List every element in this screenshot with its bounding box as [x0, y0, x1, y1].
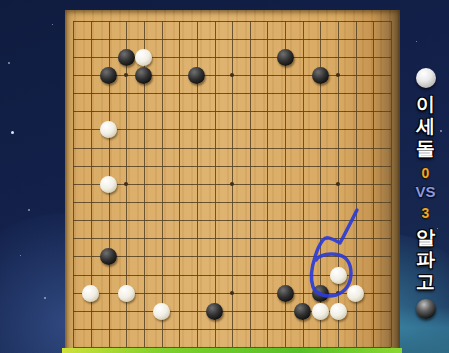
grid-line: [73, 111, 391, 112]
grid-line: [73, 21, 74, 348]
grid-line: [162, 21, 163, 348]
grid-line: [232, 21, 233, 348]
go-board: [65, 10, 400, 353]
grid-line: [73, 148, 391, 149]
star: [44, 297, 46, 299]
grid-line: [73, 256, 391, 257]
grid-line: [73, 75, 391, 76]
grid-line: [73, 129, 391, 130]
white-stone-D4: [118, 285, 135, 302]
grid-line: [267, 21, 268, 348]
player-white-name: 이세돌: [415, 94, 437, 160]
grid-line: [391, 21, 392, 348]
black-stone-P4: [312, 285, 329, 302]
black-stone-H16: [188, 67, 205, 84]
bottom-green-strip: [62, 348, 402, 353]
white-stone-B4: [82, 285, 99, 302]
white-stone-P3: [312, 303, 329, 320]
black-stone-N4: [277, 285, 294, 302]
star: [8, 62, 10, 64]
white-stone-R4: [347, 285, 364, 302]
star-point: [336, 182, 340, 186]
star-point: [124, 73, 128, 77]
black-stone-C6: [100, 248, 117, 265]
white-score: 0: [422, 165, 430, 181]
star-point: [230, 73, 234, 77]
white-stone-C13: [100, 121, 117, 138]
white-stone-C10: [100, 176, 117, 193]
black-stone-N17: [277, 49, 294, 66]
score-sidebar: 이세돌 0 VS 3 알파고: [402, 0, 449, 353]
black-stone-icon: [416, 299, 436, 319]
white-stone-Q3: [330, 303, 347, 320]
star: [52, 24, 53, 25]
black-stone-O3: [294, 303, 311, 320]
broadcast-frame: 이세돌 0 VS 3 알파고: [0, 0, 449, 353]
grid-line: [338, 21, 339, 348]
grid-line: [250, 21, 251, 348]
star-point: [336, 73, 340, 77]
white-stone-Q5: [330, 267, 347, 284]
vs-label: VS: [415, 183, 435, 200]
black-stone-P16: [312, 67, 329, 84]
star: [28, 209, 30, 211]
white-stone-F3: [153, 303, 170, 320]
grid-line: [73, 329, 391, 330]
grid-line: [73, 21, 391, 22]
grid-line: [179, 21, 180, 348]
grid-line: [303, 21, 304, 348]
black-stone-C16: [100, 67, 117, 84]
black-score: 3: [422, 205, 430, 221]
grid-line: [73, 93, 391, 94]
white-stone-E17: [135, 49, 152, 66]
grid-line: [215, 21, 216, 348]
grid-line: [373, 21, 374, 348]
grid-line: [73, 39, 391, 40]
star: [20, 255, 21, 256]
black-stone-J3: [206, 303, 223, 320]
star-point: [230, 182, 234, 186]
grid-line: [73, 184, 391, 185]
grid-line: [73, 238, 391, 239]
grid-line: [73, 166, 391, 167]
player-black-name: 알파고: [415, 227, 437, 293]
star: [11, 131, 14, 134]
grid-line: [73, 220, 391, 221]
star-point: [336, 291, 340, 295]
grid-line: [73, 202, 391, 203]
white-stone-icon: [416, 68, 436, 88]
black-stone-D17: [118, 49, 135, 66]
star-point: [124, 182, 128, 186]
black-stone-E16: [135, 67, 152, 84]
star-point: [230, 291, 234, 295]
